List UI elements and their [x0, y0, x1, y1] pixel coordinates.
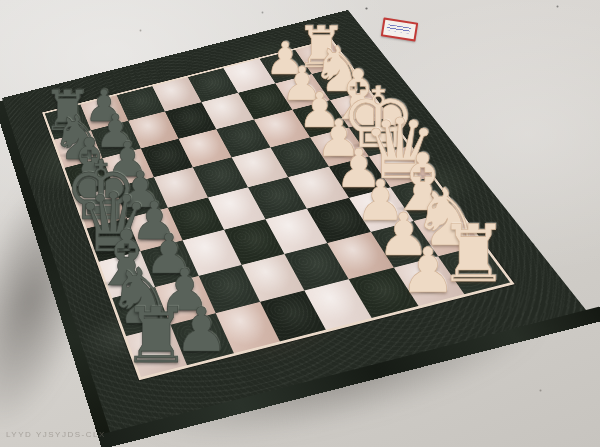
black-rook-a8[interactable]: ♜ — [114, 298, 198, 363]
watermark: LYYD YJSYJDS-CLX — [6, 430, 106, 439]
price-sticker — [381, 17, 419, 41]
white-pawn-glyph: ♟ — [394, 240, 463, 302]
photo-scene: ♜♞♝♛♚♝♞♜♟♟♟♟♟♟♟♟♟♟♟♟♟♟♟♟♜♞♝♛♚♝♞♜ LYYD YJ… — [0, 0, 600, 447]
white-pawn-a2[interactable]: ♟ — [394, 240, 463, 293]
dust-specks — [0, 0, 1, 1]
black-rook-glyph: ♜ — [114, 298, 198, 375]
sticker-handwriting — [386, 24, 412, 33]
